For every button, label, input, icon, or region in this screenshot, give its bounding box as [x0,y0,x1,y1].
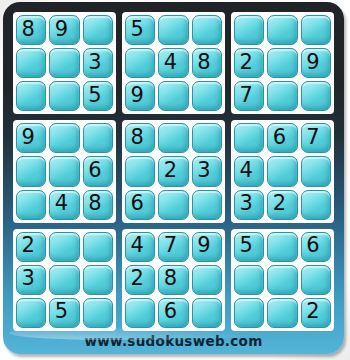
cell-digit: 2 [239,52,252,73]
cell-digit: 5 [88,85,101,106]
sudoku-cell-r8c7[interactable] [234,265,264,295]
sudoku-cell-r6c6[interactable] [192,190,222,220]
sudoku-cell-r8c2[interactable] [49,265,79,295]
sudoku-cell-r1c9[interactable] [301,15,331,45]
sudoku-cell-r7c9[interactable]: 6 [301,232,331,262]
cell-digit: 6 [273,127,286,148]
sudoku-cell-r5c1[interactable] [16,156,46,186]
sudoku-cell-r4c2[interactable] [49,123,79,153]
sudoku-cell-r5c6[interactable]: 3 [192,156,222,186]
cell-digit: 5 [55,301,68,322]
sudoku-board: 893554892979648823667432235479286562 [13,12,334,331]
sudoku-cell-r2c3[interactable]: 3 [83,48,113,78]
cell-digit: 2 [273,193,286,214]
sudoku-cell-r4c5[interactable] [158,123,188,153]
cell-digit: 3 [88,52,101,73]
sudoku-cell-r2c4[interactable] [125,48,155,78]
sudoku-cell-r7c3[interactable] [83,232,113,262]
cell-digit: 9 [197,235,210,256]
sudoku-cell-r5c2[interactable] [49,156,79,186]
sudoku-block: 9648 [13,120,116,222]
sudoku-block: 479286 [122,229,225,331]
sudoku-block: 8935 [13,12,116,114]
sudoku-cell-r6c4[interactable]: 6 [125,190,155,220]
sudoku-cell-r8c4[interactable]: 2 [125,265,155,295]
cell-digit: 6 [130,193,143,214]
cell-digit: 3 [197,160,210,181]
sudoku-cell-r1c7[interactable] [234,15,264,45]
cell-digit: 4 [55,193,68,214]
cell-digit: 3 [21,268,34,289]
cell-digit: 3 [239,193,252,214]
cell-digit: 8 [130,127,143,148]
sudoku-cell-r1c4[interactable]: 5 [125,15,155,45]
sudoku-cell-r3c1[interactable] [16,81,46,111]
sudoku-block: 297 [231,12,334,114]
sudoku-cell-r6c9[interactable] [301,190,331,220]
sudoku-cell-r1c8[interactable] [267,15,297,45]
sudoku-cell-r6c2[interactable]: 4 [49,190,79,220]
sudoku-cell-r9c1[interactable] [16,298,46,328]
site-url: www.sudokusweb.com [3,330,344,351]
sudoku-cell-r4c6[interactable] [192,123,222,153]
sudoku-cell-r1c1[interactable]: 8 [16,15,46,45]
sudoku-cell-r4c9[interactable]: 7 [301,123,331,153]
sudoku-block: 235 [13,229,116,331]
sudoku-cell-r9c7[interactable] [234,298,264,328]
sudoku-cell-r6c7[interactable]: 3 [234,190,264,220]
sudoku-cell-r3c7[interactable]: 7 [234,81,264,111]
sudoku-cell-r2c1[interactable] [16,48,46,78]
sudoku-cell-r3c8[interactable] [267,81,297,111]
sudoku-cell-r3c9[interactable] [301,81,331,111]
sudoku-page: 893554892979648823667432235479286562 www… [0,0,350,360]
cell-digit: 8 [88,193,101,214]
sudoku-block: 8236 [122,120,225,222]
cell-digit: 2 [21,235,34,256]
cell-digit: 6 [306,235,319,256]
sudoku-cell-r9c8[interactable] [267,298,297,328]
sudoku-block: 67432 [231,120,334,222]
sudoku-cell-r7c5[interactable]: 7 [158,232,188,262]
sudoku-cell-r1c6[interactable] [192,15,222,45]
sudoku-cell-r8c1[interactable]: 3 [16,265,46,295]
cell-digit: 2 [164,160,177,181]
board-frame: 893554892979648823667432235479286562 www… [3,2,344,354]
cell-digit: 9 [306,52,319,73]
cell-digit: 2 [130,268,143,289]
sudoku-cell-r4c4[interactable]: 8 [125,123,155,153]
cell-digit: 4 [239,160,252,181]
sudoku-cell-r7c2[interactable] [49,232,79,262]
cell-digit: 9 [21,127,34,148]
sudoku-cell-r7c8[interactable] [267,232,297,262]
sudoku-cell-r1c5[interactable] [158,15,188,45]
sudoku-cell-r5c7[interactable]: 4 [234,156,264,186]
sudoku-cell-r2c7[interactable]: 2 [234,48,264,78]
sudoku-cell-r7c1[interactable]: 2 [16,232,46,262]
sudoku-cell-r8c6[interactable] [192,265,222,295]
cell-digit: 8 [164,268,177,289]
cell-digit: 8 [21,19,34,40]
sudoku-cell-r6c1[interactable] [16,190,46,220]
sudoku-cell-r9c6[interactable] [192,298,222,328]
sudoku-cell-r9c5[interactable]: 6 [158,298,188,328]
sudoku-cell-r3c2[interactable] [49,81,79,111]
sudoku-cell-r4c8[interactable]: 6 [267,123,297,153]
cell-digit: 5 [130,19,143,40]
sudoku-cell-r7c6[interactable]: 9 [192,232,222,262]
sudoku-cell-r5c8[interactable] [267,156,297,186]
sudoku-cell-r9c3[interactable] [83,298,113,328]
cell-digit: 6 [88,160,101,181]
sudoku-cell-r9c9[interactable]: 2 [301,298,331,328]
sudoku-cell-r6c8[interactable]: 2 [267,190,297,220]
cell-digit: 4 [130,235,143,256]
sudoku-cell-r2c2[interactable] [49,48,79,78]
cell-digit: 2 [306,301,319,322]
sudoku-cell-r4c3[interactable] [83,123,113,153]
sudoku-cell-r3c3[interactable]: 5 [83,81,113,111]
sudoku-cell-r2c8[interactable] [267,48,297,78]
sudoku-cell-r7c7[interactable]: 5 [234,232,264,262]
sudoku-cell-r2c9[interactable]: 9 [301,48,331,78]
sudoku-block: 5489 [122,12,225,114]
sudoku-cell-r2c6[interactable]: 8 [192,48,222,78]
sudoku-cell-r8c8[interactable] [267,265,297,295]
sudoku-cell-r8c3[interactable] [83,265,113,295]
cell-digit: 7 [239,85,252,106]
cell-digit: 8 [197,52,210,73]
sudoku-cell-r3c6[interactable] [192,81,222,111]
sudoku-cell-r4c1[interactable]: 9 [16,123,46,153]
cell-digit: 9 [130,85,143,106]
cell-digit: 9 [55,19,68,40]
sudoku-cell-r1c2[interactable]: 9 [49,15,79,45]
cell-digit: 5 [239,235,252,256]
sudoku-cell-r2c5[interactable]: 4 [158,48,188,78]
sudoku-cell-r5c5[interactable]: 2 [158,156,188,186]
sudoku-cell-r7c4[interactable]: 4 [125,232,155,262]
sudoku-cell-r8c5[interactable]: 8 [158,265,188,295]
sudoku-cell-r8c9[interactable] [301,265,331,295]
sudoku-block: 562 [231,229,334,331]
sudoku-cell-r5c4[interactable] [125,156,155,186]
cell-digit: 7 [164,235,177,256]
cell-digit: 6 [164,301,177,322]
sudoku-cell-r5c9[interactable] [301,156,331,186]
sudoku-cell-r6c3[interactable]: 8 [83,190,113,220]
cell-digit: 4 [164,52,177,73]
sudoku-cell-r3c4[interactable]: 9 [125,81,155,111]
sudoku-cell-r9c4[interactable] [125,298,155,328]
sudoku-cell-r5c3[interactable]: 6 [83,156,113,186]
sudoku-cell-r6c5[interactable] [158,190,188,220]
cell-digit: 7 [306,127,319,148]
sudoku-cell-r1c3[interactable] [83,15,113,45]
sudoku-cell-r9c2[interactable]: 5 [49,298,79,328]
sudoku-cell-r4c7[interactable] [234,123,264,153]
sudoku-cell-r3c5[interactable] [158,81,188,111]
